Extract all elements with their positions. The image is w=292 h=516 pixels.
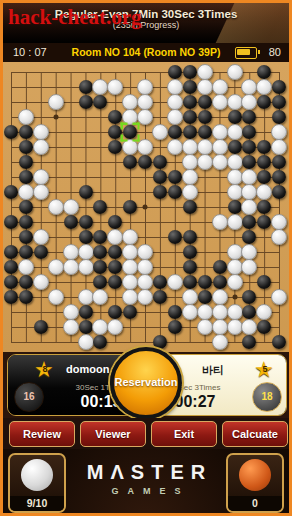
black-stone (272, 185, 286, 199)
white-stone (256, 304, 272, 320)
white-stone (167, 109, 183, 125)
black-stone (272, 80, 286, 94)
white-stone (241, 199, 257, 215)
white-stone (197, 64, 213, 80)
black-stone (198, 110, 212, 124)
black-stone (257, 65, 271, 79)
star-point (143, 205, 148, 210)
black-stone (4, 290, 18, 304)
white-stone (271, 289, 287, 305)
white-stone (63, 199, 79, 215)
white-stone (241, 94, 257, 110)
white-stone (182, 304, 198, 320)
orange-item-counter: 0 (228, 496, 282, 511)
white-stone (63, 244, 79, 260)
black-stone (123, 200, 137, 214)
black-stone (272, 335, 286, 349)
white-stone (167, 94, 183, 110)
white-stone (256, 184, 272, 200)
white-stone (122, 244, 138, 260)
white-stone (227, 154, 243, 170)
black-stone (242, 230, 256, 244)
white-stone (197, 79, 213, 95)
black-stone (108, 305, 122, 319)
white-stone (182, 169, 198, 185)
white-stone (212, 304, 228, 320)
white-stone (212, 289, 228, 305)
white-stone (241, 259, 257, 275)
white-stone (182, 154, 198, 170)
white-stone (212, 334, 228, 350)
white-stone (212, 214, 228, 230)
black-stone (93, 200, 107, 214)
white-stone (212, 124, 228, 140)
white-stone (122, 259, 138, 275)
black-stone (242, 290, 256, 304)
black-stone (168, 320, 182, 334)
white-stone (63, 304, 79, 320)
white-stone (18, 259, 34, 275)
white-stone (152, 124, 168, 140)
review-button[interactable]: Review (9, 421, 75, 447)
white-stone (227, 244, 243, 260)
black-stone (242, 140, 256, 154)
white-stone (122, 274, 138, 290)
black-stone (168, 170, 182, 184)
black-stone (93, 275, 107, 289)
white-stone (48, 94, 64, 110)
calculate-button[interactable]: Calcuate (222, 421, 288, 447)
black-stone (168, 305, 182, 319)
white-stone (137, 259, 153, 275)
black-stone (19, 290, 33, 304)
white-stone (212, 154, 228, 170)
black-stone (19, 230, 33, 244)
app-screen: Regular-Even 7Min 30Sec 3Times (235in Pr… (0, 0, 292, 516)
black-stone (183, 80, 197, 94)
black-stone (108, 215, 122, 229)
black-stone (153, 335, 167, 349)
white-stone (33, 124, 49, 140)
white-item-counter: 9/10 (10, 496, 64, 511)
black-stone (123, 305, 137, 319)
black-stone (242, 155, 256, 169)
left-star-badge: ★ 8 (34, 361, 58, 383)
white-stone (33, 139, 49, 155)
left-player-name: domoon (66, 363, 109, 375)
black-stone (93, 260, 107, 274)
white-stone (92, 319, 108, 335)
white-stone (182, 184, 198, 200)
star-point (232, 295, 237, 300)
battery-level: 80 (269, 46, 281, 58)
black-stone (168, 185, 182, 199)
white-stone (271, 214, 287, 230)
player-panel: ★ 8 domoon 16 30Sec 1Times 00:15 ★ 5 바티 … (3, 352, 289, 418)
white-stone (92, 289, 108, 305)
black-stone (79, 80, 93, 94)
white-stone (212, 139, 228, 155)
black-stone (4, 215, 18, 229)
last-move-marker (121, 123, 140, 142)
black-stone (19, 170, 33, 184)
white-stone (78, 289, 94, 305)
white-stone (241, 169, 257, 185)
white-stone (227, 94, 243, 110)
black-stone (79, 305, 93, 319)
white-stone (182, 289, 198, 305)
black-stone (153, 290, 167, 304)
white-stone (18, 109, 34, 125)
white-stone (137, 274, 153, 290)
black-stone (4, 275, 18, 289)
black-stone (183, 110, 197, 124)
white-stone (78, 334, 94, 350)
white-stone (63, 259, 79, 275)
black-stone (153, 170, 167, 184)
status-bar: 10 : 07 Room NO 104 (Room NO 39P) 80 (3, 43, 289, 62)
white-stone (241, 244, 257, 260)
white-stone (227, 169, 243, 185)
white-stone (241, 79, 257, 95)
black-stone (108, 260, 122, 274)
go-board[interactable] (3, 62, 289, 352)
black-stone (257, 140, 271, 154)
black-stone (153, 275, 167, 289)
black-stone (257, 275, 271, 289)
black-stone (79, 320, 93, 334)
black-stone (19, 140, 33, 154)
white-stone (182, 139, 198, 155)
white-stone (48, 199, 64, 215)
black-stone (168, 125, 182, 139)
white-stone (137, 79, 153, 95)
white-stone (227, 124, 243, 140)
white-stone (197, 139, 213, 155)
black-stone (19, 125, 33, 139)
white-stone (107, 79, 123, 95)
watermark: hack-cheat.org (8, 5, 142, 30)
white-stone (137, 289, 153, 305)
black-stone (19, 245, 33, 259)
black-stone (183, 230, 197, 244)
white-stone (227, 184, 243, 200)
black-stone (4, 260, 18, 274)
black-stone (198, 95, 212, 109)
black-stone (183, 245, 197, 259)
black-stone (242, 125, 256, 139)
black-stone (4, 245, 18, 259)
black-stone (257, 215, 271, 229)
black-stone (198, 125, 212, 139)
orange-stone-icon (239, 459, 271, 491)
black-stone (242, 335, 256, 349)
white-stone (167, 274, 183, 290)
white-stone (92, 79, 108, 95)
right-star-badge: ★ 5 (254, 361, 278, 383)
black-stone (257, 155, 271, 169)
left-star-level: 8 (34, 364, 56, 374)
white-stone (33, 184, 49, 200)
right-player-name: 바티 (202, 363, 224, 378)
black-stone (108, 140, 122, 154)
white-stone (33, 169, 49, 185)
white-stone (18, 184, 34, 200)
black-stone (228, 200, 242, 214)
white-stone (137, 94, 153, 110)
battery-icon (235, 47, 257, 59)
white-stone (63, 319, 79, 335)
black-stone (153, 185, 167, 199)
white-stone (33, 229, 49, 245)
black-stone (19, 215, 33, 229)
action-button-row: Review Viewer Exit Calcuate (3, 418, 289, 449)
white-stone (227, 214, 243, 230)
black-stone (168, 230, 182, 244)
black-stone (183, 200, 197, 214)
star-point (53, 115, 58, 120)
black-stone (64, 215, 78, 229)
white-stone (212, 79, 228, 95)
white-stone (271, 124, 287, 140)
white-stone (137, 244, 153, 260)
black-stone (138, 155, 152, 169)
orange-stone-item-tile[interactable]: 0 (226, 453, 284, 513)
black-stone (108, 245, 122, 259)
black-stone (93, 245, 107, 259)
black-stone (123, 155, 137, 169)
black-stone (19, 155, 33, 169)
black-stone (183, 65, 197, 79)
white-stone (197, 154, 213, 170)
white-stone (227, 259, 243, 275)
white-stone (78, 259, 94, 275)
white-stone (122, 94, 138, 110)
black-stone (19, 200, 33, 214)
white-stone (107, 319, 123, 335)
black-stone (168, 65, 182, 79)
white-stone (48, 289, 64, 305)
white-stone (197, 319, 213, 335)
white-stone (122, 289, 138, 305)
black-stone (108, 275, 122, 289)
black-stone (93, 335, 107, 349)
right-star-level: 5 (254, 364, 276, 374)
black-stone (183, 125, 197, 139)
viewer-button[interactable]: Viewer (80, 421, 146, 447)
black-stone (93, 230, 107, 244)
black-stone (79, 230, 93, 244)
black-stone (257, 95, 271, 109)
black-stone (213, 275, 227, 289)
left-rank-badge: 16 (14, 382, 44, 412)
white-stone (33, 274, 49, 290)
black-stone (183, 260, 197, 274)
white-stone (167, 139, 183, 155)
white-stone (227, 304, 243, 320)
black-stone (4, 185, 18, 199)
black-stone (153, 155, 167, 169)
white-stone (227, 64, 243, 80)
white-stone (197, 304, 213, 320)
white-stone (167, 79, 183, 95)
black-stone (4, 125, 18, 139)
black-stone (272, 95, 286, 109)
black-stone (257, 320, 271, 334)
black-stone (242, 110, 256, 124)
white-stone (241, 184, 257, 200)
black-stone (79, 215, 93, 229)
black-stone (272, 110, 286, 124)
black-stone (257, 200, 271, 214)
black-stone (257, 170, 271, 184)
black-stone (19, 275, 33, 289)
white-stone (122, 229, 138, 245)
black-stone (183, 275, 197, 289)
black-stone (79, 185, 93, 199)
white-stone (271, 229, 287, 245)
white-stone (256, 79, 272, 95)
black-stone (34, 245, 48, 259)
black-stone (79, 95, 93, 109)
white-stone (78, 244, 94, 260)
black-stone (198, 275, 212, 289)
black-stone (213, 260, 227, 274)
black-stone (242, 305, 256, 319)
footer-bar: 9/10 MΛSTER GAMES 0 (3, 449, 289, 513)
black-stone (228, 140, 242, 154)
black-stone (183, 95, 197, 109)
white-stone (107, 229, 123, 245)
black-stone (272, 155, 286, 169)
black-stone (272, 170, 286, 184)
right-rank-badge: 18 (252, 382, 282, 412)
white-stone (48, 259, 64, 275)
white-stone (271, 139, 287, 155)
black-stone (228, 110, 242, 124)
reservation-button[interactable]: Reservation (110, 347, 182, 419)
black-stone (93, 95, 107, 109)
black-stone (242, 215, 256, 229)
white-stone (241, 319, 257, 335)
black-stone (198, 290, 212, 304)
black-stone (34, 320, 48, 334)
white-stone (227, 319, 243, 335)
exit-button[interactable]: Exit (151, 421, 217, 447)
white-stone (212, 319, 228, 335)
white-stone (212, 94, 228, 110)
white-stone (227, 274, 243, 290)
